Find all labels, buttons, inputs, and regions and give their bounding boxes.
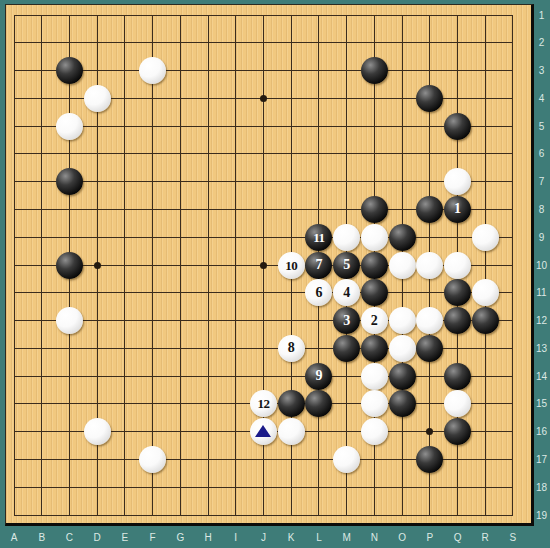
stone-white-C5 (56, 113, 83, 140)
coord-letter-J: J (254, 531, 272, 544)
coord-number-6: 6 (534, 147, 549, 160)
coord-number-18: 18 (534, 481, 549, 494)
stone-black-M12: 3 (333, 307, 360, 334)
coord-number-16: 16 (534, 425, 549, 438)
stone-black-M13 (333, 335, 360, 362)
stone-black-O14 (389, 363, 416, 390)
hoshi-dot (260, 95, 267, 102)
stone-white-R11 (472, 279, 499, 306)
coord-letter-N: N (365, 531, 383, 544)
coord-letter-L: L (310, 531, 328, 544)
coord-letter-Q: Q (449, 531, 467, 544)
stone-black-N3 (361, 57, 388, 84)
coord-letter-P: P (421, 531, 439, 544)
move-number-label: 4 (343, 286, 350, 300)
move-number-label: 1 (454, 202, 461, 216)
coord-letter-B: B (33, 531, 51, 544)
move-number-label: 6 (315, 286, 322, 300)
stone-black-L14: 9 (305, 363, 332, 390)
stone-white-O13 (389, 335, 416, 362)
coord-number-19: 19 (534, 509, 549, 522)
stone-white-K13: 8 (278, 335, 305, 362)
coord-number-1: 1 (534, 9, 549, 22)
stone-white-K10: 10 (278, 252, 305, 279)
go-board-diagram: 111107564328912ABCDEFGHIJKLMNOPQRS123456… (0, 0, 550, 548)
coord-number-11: 11 (534, 286, 549, 299)
stone-white-J16 (250, 418, 277, 445)
hoshi-dot (94, 262, 101, 269)
stone-black-Q11 (444, 279, 471, 306)
move-number-label: 2 (371, 314, 378, 328)
stone-black-R12 (472, 307, 499, 334)
stone-white-Q7 (444, 168, 471, 195)
move-number-label: 5 (343, 258, 350, 272)
stone-white-N9 (361, 224, 388, 251)
stone-white-J15: 12 (250, 390, 277, 417)
stone-white-P12 (416, 307, 443, 334)
stone-white-M11: 4 (333, 279, 360, 306)
stone-black-Q5 (444, 113, 471, 140)
move-number-label: 3 (343, 314, 350, 328)
stone-black-P13 (416, 335, 443, 362)
coord-letter-R: R (476, 531, 494, 544)
stone-black-C7 (56, 168, 83, 195)
stone-white-N15 (361, 390, 388, 417)
hoshi-dot (260, 262, 267, 269)
stone-black-L9: 11 (305, 224, 332, 251)
coord-letter-D: D (88, 531, 106, 544)
grid-line-horizontal (14, 376, 513, 377)
coord-number-17: 17 (534, 453, 549, 466)
stone-white-N12: 2 (361, 307, 388, 334)
move-number-label: 12 (257, 397, 269, 410)
coord-number-7: 7 (534, 175, 549, 188)
stone-white-O12 (389, 307, 416, 334)
coord-number-15: 15 (534, 397, 549, 410)
stone-white-Q15 (444, 390, 471, 417)
stone-white-L11: 6 (305, 279, 332, 306)
stone-white-D4 (84, 85, 111, 112)
move-number-label: 7 (315, 258, 322, 272)
stone-white-D16 (84, 418, 111, 445)
coord-number-2: 2 (534, 36, 549, 49)
coord-letter-S: S (504, 531, 522, 544)
coord-letter-C: C (60, 531, 78, 544)
coord-letter-F: F (144, 531, 162, 544)
coord-number-4: 4 (534, 92, 549, 105)
move-number-label: 8 (288, 341, 295, 355)
board-layer: 111107564328912ABCDEFGHIJKLMNOPQRS123456… (0, 0, 550, 548)
stone-white-Q10 (444, 252, 471, 279)
stone-black-K15 (278, 390, 305, 417)
stone-black-Q14 (444, 363, 471, 390)
stone-black-Q8: 1 (444, 196, 471, 223)
coord-number-5: 5 (534, 120, 549, 133)
stone-black-P4 (416, 85, 443, 112)
move-number-label: 11 (313, 231, 324, 244)
stone-black-L10: 7 (305, 252, 332, 279)
stone-black-N11 (361, 279, 388, 306)
coord-letter-H: H (199, 531, 217, 544)
coord-letter-O: O (393, 531, 411, 544)
grid-line-horizontal (14, 292, 513, 293)
coord-letter-I: I (227, 531, 245, 544)
stone-black-M10: 5 (333, 252, 360, 279)
stone-white-R9 (472, 224, 499, 251)
hoshi-dot (426, 428, 433, 435)
stone-black-C10 (56, 252, 83, 279)
stone-white-M9 (333, 224, 360, 251)
stone-white-P10 (416, 252, 443, 279)
stone-white-N14 (361, 363, 388, 390)
coord-number-10: 10 (534, 259, 549, 272)
coord-number-9: 9 (534, 231, 549, 244)
coord-letter-E: E (116, 531, 134, 544)
grid-line-horizontal (14, 515, 513, 516)
stone-black-Q12 (444, 307, 471, 334)
coord-number-13: 13 (534, 342, 549, 355)
stone-white-M17 (333, 446, 360, 473)
stone-white-N16 (361, 418, 388, 445)
coord-letter-M: M (338, 531, 356, 544)
stone-black-N13 (361, 335, 388, 362)
stone-black-N10 (361, 252, 388, 279)
stone-black-L15 (305, 390, 332, 417)
stone-white-F3 (139, 57, 166, 84)
stone-white-C12 (56, 307, 83, 334)
stone-black-P17 (416, 446, 443, 473)
grid-line-vertical (485, 15, 486, 515)
coord-number-12: 12 (534, 314, 549, 327)
stone-white-K16 (278, 418, 305, 445)
coord-number-14: 14 (534, 370, 549, 383)
stone-black-O9 (389, 224, 416, 251)
stone-white-O10 (389, 252, 416, 279)
stone-white-F17 (139, 446, 166, 473)
grid-line-horizontal (14, 487, 513, 488)
stone-black-Q16 (444, 418, 471, 445)
coord-letter-G: G (171, 531, 189, 544)
move-number-label: 10 (285, 259, 297, 272)
coord-letter-K: K (282, 531, 300, 544)
grid-line-vertical (512, 15, 513, 515)
stone-black-C3 (56, 57, 83, 84)
triangle-marker (255, 425, 271, 437)
stone-black-N8 (361, 196, 388, 223)
coord-number-3: 3 (534, 64, 549, 77)
move-number-label: 9 (315, 369, 322, 383)
stone-black-O15 (389, 390, 416, 417)
coord-letter-A: A (5, 531, 23, 544)
coord-number-8: 8 (534, 203, 549, 216)
stone-black-P8 (416, 196, 443, 223)
